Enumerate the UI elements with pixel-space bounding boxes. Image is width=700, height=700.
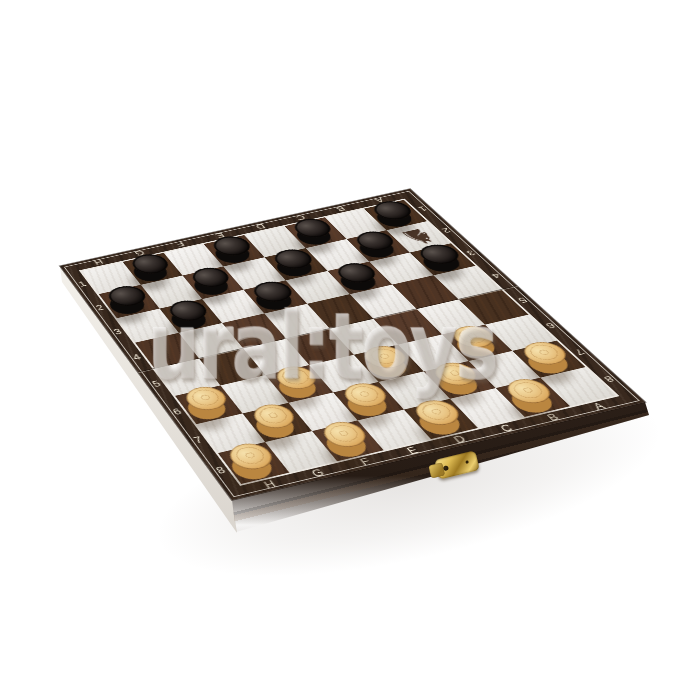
product-photo-scene: HGFEDCBA HGFEDCBA 12345678 12345678 ♞ ur… bbox=[0, 0, 700, 700]
dark-checker-a1[interactable] bbox=[368, 199, 417, 222]
